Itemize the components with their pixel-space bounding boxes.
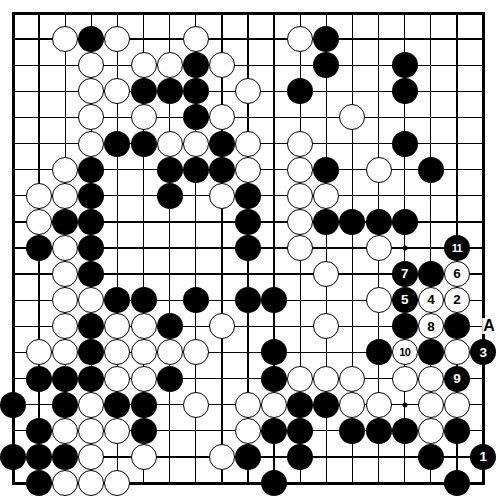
black-stone [261, 339, 287, 365]
black-stone [131, 131, 157, 157]
white-stone [366, 235, 392, 261]
black-stone [78, 183, 104, 209]
black-stone [235, 235, 261, 261]
white-stone [366, 157, 392, 183]
go-board: 1176542810391 A [0, 0, 500, 500]
white-stone [26, 339, 52, 365]
black-stone [183, 104, 209, 130]
white-stone [183, 131, 209, 157]
black-stone [235, 183, 261, 209]
white-stone [235, 78, 261, 104]
move-9-stone: 9 [444, 366, 470, 392]
black-stone [392, 313, 418, 339]
black-stone [418, 261, 444, 287]
black-stone [261, 366, 287, 392]
white-stone [235, 418, 261, 444]
black-stone [313, 26, 339, 52]
white-stone [157, 52, 183, 78]
white-stone [78, 52, 104, 78]
white-stone [104, 366, 130, 392]
black-stone [52, 209, 78, 235]
black-stone [183, 52, 209, 78]
black-stone [313, 209, 339, 235]
white-stone [78, 444, 104, 470]
black-stone [157, 78, 183, 104]
black-stone [339, 209, 365, 235]
move-6-stone: 6 [444, 261, 470, 287]
white-stone [209, 183, 235, 209]
white-stone [209, 313, 235, 339]
white-stone [418, 392, 444, 418]
move-number: 9 [453, 372, 460, 386]
black-stone [287, 418, 313, 444]
black-stone [209, 131, 235, 157]
move-8-stone: 8 [418, 313, 444, 339]
move-1-stone: 1 [470, 444, 496, 470]
white-stone [78, 104, 104, 130]
black-stone [444, 418, 470, 444]
move-10-stone: 10 [392, 339, 418, 365]
white-stone [209, 444, 235, 470]
black-stone [287, 78, 313, 104]
move-5-stone: 5 [392, 287, 418, 313]
white-stone [131, 104, 157, 130]
white-stone [287, 366, 313, 392]
black-stone [157, 366, 183, 392]
white-stone [52, 470, 78, 496]
move-number: 6 [453, 267, 460, 281]
white-stone [392, 366, 418, 392]
white-stone [418, 366, 444, 392]
black-stone [183, 287, 209, 313]
white-stone [183, 339, 209, 365]
black-stone [287, 444, 313, 470]
white-stone [52, 26, 78, 52]
white-stone [157, 339, 183, 365]
black-stone [392, 52, 418, 78]
white-stone [157, 131, 183, 157]
white-stone [183, 392, 209, 418]
white-stone [104, 470, 130, 496]
black-stone [131, 78, 157, 104]
white-stone [131, 444, 157, 470]
move-7-stone: 7 [392, 261, 418, 287]
white-stone [339, 392, 365, 418]
black-stone [261, 418, 287, 444]
move-number: 3 [479, 346, 486, 360]
move-3-stone: 3 [470, 339, 496, 365]
white-stone [339, 104, 365, 130]
black-stone [287, 392, 313, 418]
black-stone [26, 366, 52, 392]
move-number: 7 [401, 267, 408, 281]
white-stone [104, 418, 130, 444]
black-stone [261, 287, 287, 313]
white-stone [104, 26, 130, 52]
black-stone [78, 235, 104, 261]
white-stone [52, 313, 78, 339]
white-stone [313, 313, 339, 339]
white-stone [78, 418, 104, 444]
black-stone [104, 131, 130, 157]
black-stone [52, 366, 78, 392]
move-number: 1 [479, 450, 486, 464]
black-stone [131, 392, 157, 418]
black-stone [104, 392, 130, 418]
white-stone [235, 392, 261, 418]
white-stone [131, 339, 157, 365]
black-stone [235, 287, 261, 313]
white-stone [131, 52, 157, 78]
white-stone [52, 183, 78, 209]
black-stone [52, 392, 78, 418]
black-stone [157, 313, 183, 339]
black-stone [131, 287, 157, 313]
white-stone [78, 392, 104, 418]
move-4-stone: 4 [418, 287, 444, 313]
black-stone [183, 157, 209, 183]
black-stone [26, 418, 52, 444]
black-stone [418, 157, 444, 183]
black-stone [366, 209, 392, 235]
black-stone [52, 444, 78, 470]
black-stone [261, 470, 287, 496]
white-stone [313, 183, 339, 209]
black-stone [78, 339, 104, 365]
point-label-A: A [482, 318, 496, 334]
white-stone [104, 78, 130, 104]
black-stone [104, 287, 130, 313]
move-number: 10 [399, 347, 410, 358]
black-stone [313, 392, 339, 418]
white-stone [131, 313, 157, 339]
go-diagram-page: 1176542810391 A [0, 0, 500, 500]
white-stone [209, 52, 235, 78]
black-stone [366, 339, 392, 365]
black-stone [444, 470, 470, 496]
move-2-stone: 2 [444, 287, 470, 313]
white-stone [78, 287, 104, 313]
white-stone [418, 418, 444, 444]
black-stone [26, 444, 52, 470]
black-stone [392, 78, 418, 104]
white-stone [313, 261, 339, 287]
move-number: 8 [427, 320, 434, 334]
white-stone [52, 418, 78, 444]
white-stone [52, 287, 78, 313]
black-stone [26, 235, 52, 261]
white-stone [52, 235, 78, 261]
white-stone [287, 183, 313, 209]
white-stone [287, 157, 313, 183]
white-stone [78, 78, 104, 104]
black-stone [0, 392, 26, 418]
white-stone [313, 366, 339, 392]
white-stone [209, 104, 235, 130]
move-number: 11 [452, 243, 462, 254]
white-stone [26, 183, 52, 209]
white-stone [339, 366, 365, 392]
black-stone [339, 418, 365, 444]
black-stone [392, 131, 418, 157]
black-stone [392, 209, 418, 235]
move-11-stone: 11 [444, 235, 470, 261]
white-stone [104, 339, 130, 365]
white-stone [235, 131, 261, 157]
white-stone [287, 209, 313, 235]
white-stone [131, 366, 157, 392]
black-stone [0, 444, 26, 470]
black-stone [26, 470, 52, 496]
black-stone [366, 418, 392, 444]
black-stone [78, 157, 104, 183]
black-stone [418, 339, 444, 365]
black-stone [78, 313, 104, 339]
white-stone [52, 157, 78, 183]
white-stone [287, 131, 313, 157]
black-stone [418, 444, 444, 470]
white-stone [287, 26, 313, 52]
black-stone [157, 183, 183, 209]
black-stone [235, 209, 261, 235]
black-stone [313, 52, 339, 78]
white-stone [183, 26, 209, 52]
move-number: 4 [427, 293, 434, 307]
white-stone [235, 157, 261, 183]
white-stone [26, 209, 52, 235]
white-stone [366, 287, 392, 313]
black-stone [313, 157, 339, 183]
white-stone [52, 261, 78, 287]
black-stone [209, 157, 235, 183]
move-number: 2 [453, 293, 460, 307]
white-stone [78, 470, 104, 496]
black-stone [235, 444, 261, 470]
black-stone [78, 26, 104, 52]
white-stone [444, 339, 470, 365]
white-stone [444, 392, 470, 418]
black-stone [444, 313, 470, 339]
white-stone [261, 392, 287, 418]
black-stone [157, 157, 183, 183]
black-stone [78, 261, 104, 287]
white-stone [366, 392, 392, 418]
black-stone [392, 418, 418, 444]
white-stone [287, 235, 313, 261]
white-stone [78, 131, 104, 157]
move-number: 5 [401, 293, 408, 307]
black-stone [78, 366, 104, 392]
white-stone [104, 313, 130, 339]
black-stone [131, 418, 157, 444]
black-stone [78, 209, 104, 235]
black-stone [183, 78, 209, 104]
white-stone [52, 339, 78, 365]
stones-layer: 1176542810391 [0, 0, 496, 496]
